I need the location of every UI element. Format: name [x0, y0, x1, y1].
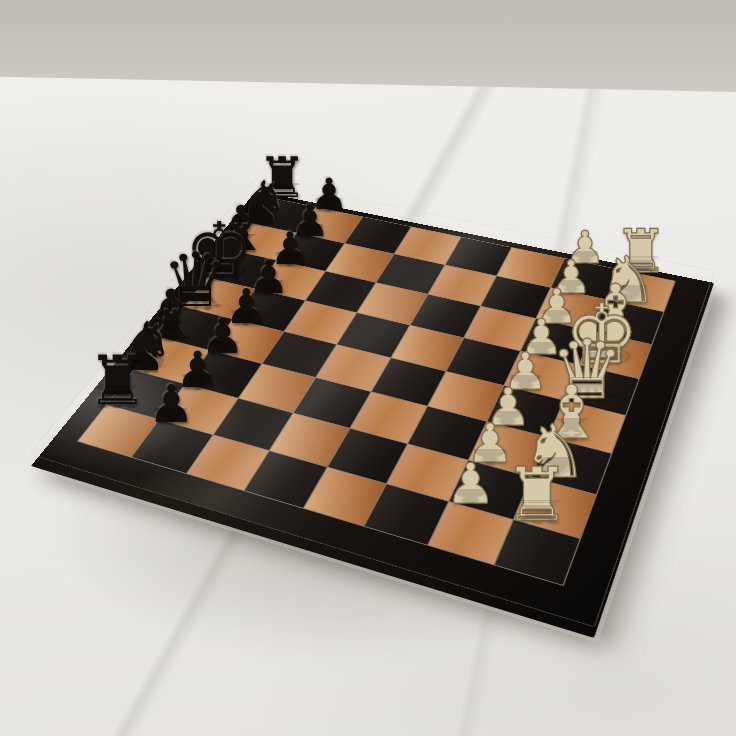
piece-white-pawn-a2[interactable]: ♟♟ — [445, 456, 495, 512]
piece-black-pawn-a7[interactable]: ♟♟ — [148, 378, 195, 430]
piece-black-rook-a8[interactable]: ♜♜ — [87, 347, 148, 415]
piece-reflection: ♟ — [148, 404, 195, 427]
piece-reflection: ♟ — [445, 485, 495, 510]
piece-reflection: ♜ — [504, 494, 570, 527]
piece-white-rook-a1[interactable]: ♜♜ — [504, 457, 570, 531]
product-photo-scene: ♜♜♞♞♝♝♛♛♚♚♝♝♞♞♜♜♟♟♟♟♟♟♟♟♟♟♟♟♟♟♟♟♟♟♟♟♟♟♟♟… — [0, 0, 736, 736]
piece-reflection: ♜ — [87, 382, 148, 413]
